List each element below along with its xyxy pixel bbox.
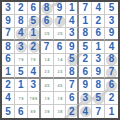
cell-digit: 3 xyxy=(109,15,115,25)
cell-r9c5[interactable]: 38 xyxy=(54,105,67,118)
cell-r6c9[interactable]: 7 xyxy=(105,66,118,79)
cell-digit: 9 xyxy=(82,80,88,90)
cell-r9c2[interactable]: 6 xyxy=(15,105,28,118)
cell-digit: 6 xyxy=(109,80,115,90)
cell-digit: 3 xyxy=(82,93,88,103)
cell-r2c1[interactable]: 9 xyxy=(2,15,15,28)
cell-digit: 2 xyxy=(18,2,24,12)
cell-digit: 4 xyxy=(30,66,36,76)
cell-r3c5[interactable]: 25 xyxy=(54,28,67,41)
cell-r3c4[interactable]: 25 xyxy=(41,28,54,41)
cell-r5c4[interactable]: 14 xyxy=(41,54,54,67)
cell-r4c9[interactable]: 4 xyxy=(105,41,118,54)
cell-r5c1[interactable]: 6 xyxy=(2,54,15,67)
cell-r3c6[interactable]: 3 xyxy=(66,28,79,41)
cell-digit: 5 xyxy=(109,2,115,12)
cell-r1c9[interactable]: 5 xyxy=(105,2,118,15)
cell-digit: 5 xyxy=(30,15,36,25)
cell-digit: 6 xyxy=(82,66,88,76)
cell-r2c8[interactable]: 2 xyxy=(92,15,105,28)
cell-r5c5[interactable]: 14 xyxy=(54,54,67,67)
cell-digit: 2 xyxy=(95,15,101,25)
cell-r8c4[interactable]: 19 xyxy=(41,92,54,105)
cell-r1c3[interactable]: 6 xyxy=(28,2,41,15)
cell-digit: 1 xyxy=(18,80,24,90)
cell-candidates: 79 xyxy=(18,58,23,62)
cell-r1c1[interactable]: 3 xyxy=(2,2,15,15)
cell-r9c3[interactable]: 89 xyxy=(28,105,41,118)
cell-r6c8[interactable]: 9 xyxy=(92,66,105,79)
cell-r5c6[interactable]: 5 xyxy=(66,54,79,67)
cell-digit: 1 xyxy=(69,2,75,12)
cell-digit: 8 xyxy=(18,15,24,25)
cell-digit: 8 xyxy=(82,28,88,38)
cell-r9c8[interactable]: 7 xyxy=(92,105,105,118)
cell-digit: 3 xyxy=(5,2,11,12)
cell-r5c9[interactable]: 8 xyxy=(105,54,118,67)
cell-r6c4[interactable]: 23 xyxy=(41,66,54,79)
cell-r2c6[interactable]: 4 xyxy=(66,15,79,28)
cell-digit: 9 xyxy=(57,2,63,12)
cell-digit: 3 xyxy=(69,28,75,38)
cell-digit: 6 xyxy=(57,41,63,51)
cell-candidates: 45 xyxy=(44,83,49,87)
cell-digit: 2 xyxy=(5,80,11,90)
cell-candidates: 14 xyxy=(57,58,62,62)
cell-r7c6[interactable]: 7 xyxy=(66,79,79,92)
cell-digit: 6 xyxy=(44,15,50,25)
cell-digit: 2 xyxy=(69,106,75,116)
cell-digit: 1 xyxy=(30,28,36,38)
cell-r7c9[interactable]: 6 xyxy=(105,79,118,92)
sudoku-board-grid: 3268917459856741237412525386983276951467… xyxy=(2,2,118,118)
cell-r4c2[interactable]: 3 xyxy=(15,41,28,54)
cell-r1c2[interactable]: 2 xyxy=(15,2,28,15)
cell-r2c7[interactable]: 1 xyxy=(79,15,92,28)
cell-r2c4[interactable]: 6 xyxy=(41,15,54,28)
cell-candidates: 79 xyxy=(31,58,36,62)
cell-r6c6[interactable]: 8 xyxy=(66,66,79,79)
cell-r2c9[interactable]: 3 xyxy=(105,15,118,28)
cell-digit: 1 xyxy=(82,15,88,25)
cell-digit: 7 xyxy=(69,80,75,90)
cell-digit: 9 xyxy=(5,15,11,25)
cell-r9c7[interactable]: 4 xyxy=(79,105,92,118)
cell-r4c5[interactable]: 6 xyxy=(54,41,67,54)
sudoku-board: 3268917459856741237412525386983276951467… xyxy=(0,0,120,120)
cell-r2c3[interactable]: 5 xyxy=(28,15,41,28)
cell-digit: 5 xyxy=(69,54,75,64)
cell-r9c6[interactable]: 2 xyxy=(66,105,79,118)
cell-digit: 3 xyxy=(95,54,101,64)
cell-digit: 9 xyxy=(109,28,115,38)
cell-digit: 8 xyxy=(95,80,101,90)
cell-r7c8[interactable]: 8 xyxy=(92,79,105,92)
cell-r7c2[interactable]: 1 xyxy=(15,79,28,92)
cell-digit: 4 xyxy=(109,41,115,51)
cell-digit: 6 xyxy=(69,93,75,103)
cell-digit: 1 xyxy=(109,106,115,116)
cell-r1c5[interactable]: 9 xyxy=(54,2,67,15)
cell-digit: 5 xyxy=(18,66,24,76)
cell-candidates: 18 xyxy=(57,96,62,100)
cell-r7c3[interactable]: 3 xyxy=(28,79,41,92)
cell-digit: 9 xyxy=(95,66,101,76)
cell-candidates: 789 xyxy=(29,96,37,100)
cell-candidates: 23 xyxy=(44,70,49,74)
cell-digit: 4 xyxy=(18,28,24,38)
cell-digit: 1 xyxy=(95,41,101,51)
cell-r2c5[interactable]: 7 xyxy=(54,15,67,28)
cell-r8c3[interactable]: 789 xyxy=(28,92,41,105)
cell-r9c9[interactable]: 1 xyxy=(105,105,118,118)
cell-digit: 4 xyxy=(95,2,101,12)
cell-r3c8[interactable]: 6 xyxy=(92,28,105,41)
cell-r6c5[interactable]: 23 xyxy=(54,66,67,79)
cell-digit: 8 xyxy=(69,66,75,76)
cell-r5c3[interactable]: 79 xyxy=(28,54,41,67)
cell-digit: 8 xyxy=(44,2,50,12)
cell-candidates: 19 xyxy=(44,96,49,100)
cell-digit: 6 xyxy=(95,28,101,38)
cell-digit: 5 xyxy=(5,106,11,116)
cell-r4c7[interactable]: 5 xyxy=(79,41,92,54)
cell-digit: 6 xyxy=(30,2,36,12)
cell-r1c7[interactable]: 7 xyxy=(79,2,92,15)
cell-digit: 4 xyxy=(69,15,75,25)
cell-digit: 6 xyxy=(5,54,11,64)
cell-r3c1[interactable]: 7 xyxy=(2,28,15,41)
cell-r5c2[interactable]: 79 xyxy=(15,54,28,67)
cell-digit: 7 xyxy=(44,41,50,51)
cell-r6c1[interactable]: 1 xyxy=(2,66,15,79)
cell-digit: 5 xyxy=(95,93,101,103)
cell-r1c6[interactable]: 1 xyxy=(66,2,79,15)
cell-digit: 3 xyxy=(18,41,24,51)
cell-candidates: 39 xyxy=(44,110,49,114)
cell-r3c3[interactable]: 1 xyxy=(28,28,41,41)
cell-digit: 2 xyxy=(82,54,88,64)
cell-digit: 6 xyxy=(18,106,24,116)
cell-r4c8[interactable]: 1 xyxy=(92,41,105,54)
cell-r7c5[interactable]: 45 xyxy=(54,79,67,92)
cell-r3c2[interactable]: 4 xyxy=(15,28,28,41)
cell-r9c1[interactable]: 5 xyxy=(2,105,15,118)
cell-digit: 2 xyxy=(30,41,36,51)
cell-candidates: 38 xyxy=(57,110,62,114)
cell-digit: 5 xyxy=(82,41,88,51)
cell-r3c9[interactable]: 9 xyxy=(105,28,118,41)
cell-candidates: 89 xyxy=(31,110,36,114)
cell-digit: 1 xyxy=(5,66,11,76)
cell-r7c1[interactable]: 2 xyxy=(2,79,15,92)
cell-r1c4[interactable]: 8 xyxy=(41,2,54,15)
cell-r8c2[interactable]: 79 xyxy=(15,92,28,105)
cell-r8c1[interactable]: 4 xyxy=(2,92,15,105)
cell-digit: 9 xyxy=(69,41,75,51)
cell-r8c6[interactable]: 6 xyxy=(66,92,79,105)
cell-r1c8[interactable]: 4 xyxy=(92,2,105,15)
cell-digit: 3 xyxy=(30,80,36,90)
cell-r8c8[interactable]: 5 xyxy=(92,92,105,105)
cell-r6c2[interactable]: 5 xyxy=(15,66,28,79)
cell-r8c7[interactable]: 3 xyxy=(79,92,92,105)
cell-candidates: 14 xyxy=(44,58,49,62)
cell-r4c1[interactable]: 8 xyxy=(2,41,15,54)
cell-digit: 7 xyxy=(109,66,115,76)
cell-r5c8[interactable]: 3 xyxy=(92,54,105,67)
cell-r6c7[interactable]: 6 xyxy=(79,66,92,79)
cell-digit: 7 xyxy=(5,28,11,38)
cell-candidates: 25 xyxy=(44,31,49,35)
cell-candidates: 79 xyxy=(18,96,23,100)
cell-digit: 2 xyxy=(109,93,115,103)
cell-r8c9[interactable]: 2 xyxy=(105,92,118,105)
cell-digit: 7 xyxy=(57,15,63,25)
cell-r4c4[interactable]: 7 xyxy=(41,41,54,54)
cell-r3c7[interactable]: 8 xyxy=(79,28,92,41)
cell-r7c7[interactable]: 9 xyxy=(79,79,92,92)
cell-digit: 8 xyxy=(5,41,11,51)
cell-candidates: 25 xyxy=(57,31,62,35)
cell-r8c5[interactable]: 18 xyxy=(54,92,67,105)
cell-digit: 8 xyxy=(109,54,115,64)
cell-digit: 4 xyxy=(5,93,11,103)
cell-r6c3[interactable]: 4 xyxy=(28,66,41,79)
cell-r5c7[interactable]: 2 xyxy=(79,54,92,67)
cell-r4c6[interactable]: 9 xyxy=(66,41,79,54)
cell-candidates: 45 xyxy=(57,83,62,87)
cell-digit: 4 xyxy=(82,106,88,116)
cell-r2c2[interactable]: 8 xyxy=(15,15,28,28)
cell-r7c4[interactable]: 45 xyxy=(41,79,54,92)
cell-digit: 7 xyxy=(82,2,88,12)
cell-r4c3[interactable]: 2 xyxy=(28,41,41,54)
cell-digit: 7 xyxy=(95,106,101,116)
cell-candidates: 23 xyxy=(57,70,62,74)
cell-r9c4[interactable]: 39 xyxy=(41,105,54,118)
